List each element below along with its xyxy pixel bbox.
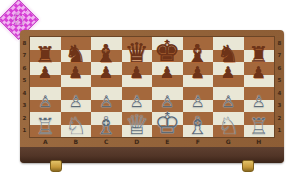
square-b6: [61, 62, 92, 75]
square-d5: [122, 75, 153, 88]
rank-label-left-1: 1: [20, 125, 29, 138]
square-g7: [213, 50, 244, 63]
rank-label-left-4: 4: [20, 87, 29, 100]
rank-label-right-7: 7: [275, 50, 284, 63]
square-g4: [213, 87, 244, 100]
square-f8: [183, 37, 214, 50]
square-e6: [152, 62, 183, 75]
square-b4: [61, 87, 92, 100]
square-d3: [122, 100, 153, 113]
square-d8: [122, 37, 153, 50]
rank-label-left-6: 6: [20, 62, 29, 75]
rank-labels-right: 87654321: [275, 37, 284, 137]
square-d4: [122, 87, 153, 100]
rank-label-left-3: 3: [20, 100, 29, 113]
square-b3: [61, 100, 92, 113]
square-e5: [152, 75, 183, 88]
square-e3: [152, 100, 183, 113]
file-label-g: G: [213, 137, 244, 147]
square-h6: [244, 62, 275, 75]
rank-label-left-2: 2: [20, 112, 29, 125]
square-c5: [91, 75, 122, 88]
brass-hinge-right: [242, 160, 254, 172]
square-e1: [152, 125, 183, 138]
square-d1: [122, 125, 153, 138]
square-g8: [213, 37, 244, 50]
rank-label-right-3: 3: [275, 100, 284, 113]
square-c7: [91, 50, 122, 63]
rank-label-right-5: 5: [275, 75, 284, 88]
square-c1: [91, 125, 122, 138]
square-e7: [152, 50, 183, 63]
rank-labels-left: 87654321: [20, 37, 29, 137]
square-a6: [30, 62, 61, 75]
square-h5: [244, 75, 275, 88]
file-label-f: F: [183, 137, 214, 147]
rank-label-left-8: 8: [20, 37, 29, 50]
square-f5: [183, 75, 214, 88]
square-g2: [213, 112, 244, 125]
logo-knight-icon: ♘: [5, 6, 32, 33]
file-label-a: A: [30, 137, 61, 147]
square-a4: [30, 87, 61, 100]
square-e2: [152, 112, 183, 125]
square-c6: [91, 62, 122, 75]
square-f2: [183, 112, 214, 125]
file-label-c: C: [91, 137, 122, 147]
brass-hinge-left: [50, 160, 62, 172]
square-e8: [152, 37, 183, 50]
file-label-h: H: [244, 137, 275, 147]
square-c3: [91, 100, 122, 113]
square-e4: [152, 87, 183, 100]
rank-label-right-2: 2: [275, 112, 284, 125]
rank-label-left-5: 5: [20, 75, 29, 88]
file-label-d: D: [122, 137, 153, 147]
file-label-e: E: [152, 137, 183, 147]
square-c8: [91, 37, 122, 50]
square-g5: [213, 75, 244, 88]
rank-label-left-7: 7: [20, 50, 29, 63]
square-f4: [183, 87, 214, 100]
square-g3: [213, 100, 244, 113]
square-a7: [30, 50, 61, 63]
square-h4: [244, 87, 275, 100]
square-f7: [183, 50, 214, 63]
square-d2: [122, 112, 153, 125]
square-g1: [213, 125, 244, 138]
square-h3: [244, 100, 275, 113]
square-h2: [244, 112, 275, 125]
square-h1: [244, 125, 275, 138]
rank-label-right-8: 8: [275, 37, 284, 50]
rank-label-right-6: 6: [275, 62, 284, 75]
square-a3: [30, 100, 61, 113]
square-a1: [30, 125, 61, 138]
square-h8: [244, 37, 275, 50]
square-f6: [183, 62, 214, 75]
square-a8: [30, 37, 61, 50]
square-g6: [213, 62, 244, 75]
rank-label-right-4: 4: [275, 87, 284, 100]
square-f1: [183, 125, 214, 138]
square-h7: [244, 50, 275, 63]
rank-label-right-1: 1: [275, 125, 284, 138]
square-d6: [122, 62, 153, 75]
chess-board: ♜♞♝♛♚♝♞♜♟♟♟♟♟♟♟♟♙♙♙♙♙♙♙♙♖♘♗♕♔♗♘♖ ABCDEFG…: [20, 30, 284, 180]
file-label-b: B: [61, 137, 92, 147]
square-f3: [183, 100, 214, 113]
product-photo-scene: ♘ ♜♞♝♛♚♝♞♜♟♟♟♟♟♟♟♟♙♙♙♙♙♙♙♙♖♘♗♕♔♗♘♖ ABCDE…: [0, 0, 300, 183]
square-b5: [61, 75, 92, 88]
square-b2: [61, 112, 92, 125]
square-c2: [91, 112, 122, 125]
square-a2: [30, 112, 61, 125]
square-b7: [61, 50, 92, 63]
square-a5: [30, 75, 61, 88]
square-b8: [61, 37, 92, 50]
square-c4: [91, 87, 122, 100]
file-labels: ABCDEFGH: [30, 137, 274, 147]
square-d7: [122, 50, 153, 63]
square-b1: [61, 125, 92, 138]
board-squares: [30, 37, 274, 137]
